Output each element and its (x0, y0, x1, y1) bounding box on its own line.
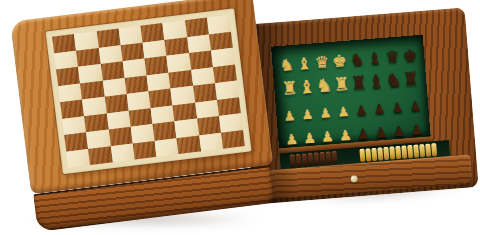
dark-checker-disc (331, 150, 337, 163)
light-bishop-piece: ♝ (297, 55, 313, 72)
board-square (177, 135, 201, 154)
board-square (66, 149, 90, 168)
light-queen-piece: ♛ (314, 54, 330, 71)
dark-pawn-piece: ♟ (409, 99, 422, 113)
board-square (132, 140, 156, 159)
board-square (155, 138, 179, 157)
disc-channel-gap (338, 155, 360, 157)
light-pawn-piece: ♟ (337, 104, 350, 118)
dark-knight-piece: ♞ (385, 71, 403, 90)
light-checker-disc (401, 145, 407, 158)
light-knight-piece: ♞ (315, 76, 333, 95)
light-checker-disc (395, 145, 401, 158)
dark-pawn-piece: ♟ (410, 122, 424, 137)
light-checker-disc (419, 144, 425, 157)
light-checker-disc (407, 144, 413, 157)
dark-pawn-piece: ♟ (392, 123, 406, 138)
light-rook-piece: ♜ (333, 75, 351, 94)
light-pawn-piece: ♟ (303, 131, 317, 146)
product-photo: ♞♝♛♚♞♝♛♚♜♝♞♜♜♝♞♜♟♟♟♟♟♟♟♟♟♟♟♟♟♟♟♟ (0, 0, 480, 235)
light-pawn-piece: ♟ (338, 128, 352, 143)
drawer-knob (350, 175, 358, 183)
light-pawn-piece: ♟ (301, 107, 314, 121)
drawer-felt-lining: ♞♝♛♚♞♝♛♚♜♝♞♜♜♝♞♜♟♟♟♟♟♟♟♟♟♟♟♟♟♟♟♟ (271, 35, 431, 149)
light-king-piece: ♚ (332, 52, 348, 69)
board-square (199, 132, 223, 151)
dark-pawn-piece: ♟ (356, 126, 370, 141)
piece-tray-grid: ♞♝♛♚♞♝♛♚♜♝♞♜♜♝♞♜♟♟♟♟♟♟♟♟♟♟♟♟♟♟♟♟ (275, 37, 426, 146)
light-bishop-piece: ♝ (298, 77, 316, 96)
dark-knight-piece: ♞ (349, 51, 365, 68)
dark-pawn-piece: ♟ (391, 100, 404, 114)
dark-bishop-piece: ♝ (367, 50, 383, 67)
light-checker-disc (389, 146, 395, 159)
board-square (221, 130, 245, 149)
dark-checker-disc (325, 151, 331, 164)
dark-rook-piece: ♜ (402, 69, 420, 88)
dark-checker-disc (313, 152, 319, 165)
light-pawn-piece: ♟ (321, 129, 335, 144)
light-checker-disc (431, 143, 437, 156)
storage-drawer: ♞♝♛♚♞♝♛♚♜♝♞♜♜♝♞♜♟♟♟♟♟♟♟♟♟♟♟♟♟♟♟♟ (239, 7, 478, 204)
dark-queen-piece: ♛ (385, 48, 401, 65)
chess-box (10, 0, 278, 232)
dark-pawn-piece: ♟ (355, 103, 368, 117)
light-checker-disc (377, 147, 383, 160)
dark-checker-disc (302, 153, 308, 166)
board-square (110, 143, 134, 162)
dark-rook-piece: ♜ (350, 73, 368, 92)
dark-pawn-piece: ♟ (373, 101, 386, 115)
light-checker-disc (383, 146, 389, 159)
box-lid (10, 0, 273, 194)
light-checker-disc (371, 147, 377, 160)
chessboard (45, 8, 251, 174)
light-checker-disc (425, 143, 431, 156)
dark-checker-disc (319, 151, 325, 164)
dark-checker-disc (308, 152, 314, 165)
board-grid (52, 15, 245, 168)
dark-king-piece: ♚ (402, 47, 418, 64)
board-square (88, 146, 112, 165)
dark-bishop-piece: ♝ (367, 72, 385, 91)
light-checker-disc (365, 148, 371, 161)
light-pawn-piece: ♟ (319, 106, 332, 120)
light-checker-disc (359, 148, 365, 161)
light-checker-disc (413, 144, 419, 157)
dark-pawn-piece: ♟ (374, 125, 388, 140)
